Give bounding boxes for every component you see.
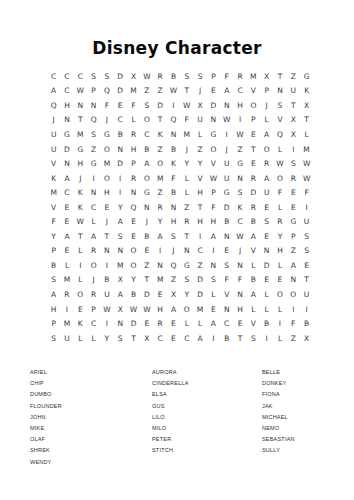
grid-cell: A	[87, 229, 100, 244]
grid-cell: E	[100, 200, 113, 215]
grid-cell: L	[273, 331, 286, 346]
grid-cell: A	[247, 229, 260, 244]
grid-cell: P	[260, 84, 273, 99]
grid-cell: B	[47, 258, 60, 273]
word-list-item: ELSA	[152, 389, 189, 400]
grid-cell: Q	[273, 127, 286, 142]
grid-cell: R	[247, 171, 260, 186]
word-list-item: CINDERELLA	[152, 378, 189, 389]
grid-cell: I	[114, 171, 127, 186]
grid-cell: J	[220, 142, 233, 157]
word-list-item: OLAF	[30, 434, 62, 445]
grid-cell: X	[114, 273, 127, 288]
grid-cell: R	[287, 171, 300, 186]
grid-cell: Z	[87, 142, 100, 157]
grid-cell: N	[60, 113, 73, 128]
grid-cell: G	[300, 69, 313, 84]
grid-cell: E	[260, 200, 273, 215]
grid-cell: Z	[233, 142, 246, 157]
grid-cell: T	[74, 229, 87, 244]
grid-cell: O	[154, 156, 167, 171]
grid-cell: R	[127, 171, 140, 186]
grid-cell: N	[100, 244, 113, 259]
word-list-item: AURORA	[152, 367, 189, 378]
grid-cell: A	[207, 316, 220, 331]
grid-cell: I	[300, 302, 313, 317]
grid-cell: E	[60, 200, 73, 215]
grid-cell: C	[193, 244, 206, 259]
grid-cell: W	[140, 69, 153, 84]
grid-cell: H	[127, 142, 140, 157]
grid-cell: I	[114, 185, 127, 200]
grid-cell: N	[127, 185, 140, 200]
grid-cell: V	[193, 171, 206, 186]
grid-cell: M	[60, 273, 73, 288]
grid-cell: G	[87, 156, 100, 171]
grid-cell: L	[260, 302, 273, 317]
word-list-item: JAK	[262, 401, 295, 412]
grid-cell: N	[87, 98, 100, 113]
grid-cell: K	[154, 127, 167, 142]
grid-cell: J	[233, 244, 246, 259]
grid-cell: A	[140, 156, 153, 171]
puzzle-title: Disney Character	[0, 38, 354, 58]
grid-cell: O	[100, 171, 113, 186]
grid-cell: W	[167, 84, 180, 99]
grid-cell: Y	[100, 331, 113, 346]
grid-cell: N	[167, 200, 180, 215]
grid-cell: Z	[154, 84, 167, 99]
grid-cell: D	[260, 258, 273, 273]
grid-cell: S	[207, 273, 220, 288]
grid-cell: O	[247, 98, 260, 113]
grid-cell: F	[167, 171, 180, 186]
word-list-item: BELLE	[262, 367, 295, 378]
grid-cell: M	[154, 171, 167, 186]
grid-cell: Y	[180, 156, 193, 171]
grid-cell: L	[300, 127, 313, 142]
grid-cell: U	[287, 84, 300, 99]
grid-cell: N	[74, 98, 87, 113]
grid-cell: T	[180, 229, 193, 244]
grid-cell: B	[127, 287, 140, 302]
word-list-item: ARIEL	[30, 367, 62, 378]
grid-cell: S	[167, 229, 180, 244]
grid-cell: G	[233, 156, 246, 171]
grid-cell: N	[287, 273, 300, 288]
grid-cell: U	[60, 331, 73, 346]
grid-cell: R	[87, 244, 100, 259]
grid-cell: D	[140, 287, 153, 302]
word-list-item: SULLY	[262, 445, 295, 456]
grid-cell: G	[100, 127, 113, 142]
grid-cell: W	[100, 302, 113, 317]
grid-cell: S	[180, 273, 193, 288]
word-list-item: MIKE	[30, 423, 62, 434]
grid-cell: F	[220, 273, 233, 288]
grid-cell: N	[233, 287, 246, 302]
grid-cell: S	[87, 127, 100, 142]
grid-cell: E	[207, 302, 220, 317]
grid-cell: S	[247, 331, 260, 346]
grid-cell: F	[273, 185, 286, 200]
grid-cell: G	[140, 185, 153, 200]
grid-cell: W	[220, 113, 233, 128]
grid-cell: P	[207, 185, 220, 200]
grid-cell: W	[74, 84, 87, 99]
grid-cell: G	[74, 142, 87, 157]
grid-cell: K	[300, 84, 313, 99]
grid-cell: D	[247, 185, 260, 200]
grid-cell: H	[167, 214, 180, 229]
grid-cell: S	[87, 69, 100, 84]
word-list-column-2: AURORACINDERELLAELSAGUSLILOMILOPETERSTIT…	[152, 367, 189, 457]
grid-cell: L	[260, 287, 273, 302]
grid-cell: I	[207, 331, 220, 346]
grid-cell: P	[47, 244, 60, 259]
grid-cell: O	[273, 171, 286, 186]
grid-cell: A	[287, 258, 300, 273]
grid-cell: O	[207, 142, 220, 157]
grid-cell: C	[87, 316, 100, 331]
grid-cell: A	[47, 84, 60, 99]
grid-cell: K	[233, 200, 246, 215]
grid-cell: L	[180, 171, 193, 186]
grid-cell: O	[180, 302, 193, 317]
grid-cell: E	[114, 98, 127, 113]
grid-cell: E	[273, 273, 286, 288]
grid-cell: X	[127, 69, 140, 84]
grid-cell: C	[233, 214, 246, 229]
grid-cell: A	[260, 127, 273, 142]
grid-cell: G	[180, 258, 193, 273]
grid-cell: O	[287, 287, 300, 302]
grid-cell: B	[140, 142, 153, 157]
grid-cell: E	[167, 331, 180, 346]
grid-cell: S	[300, 229, 313, 244]
worksheet-page: Disney Character CCCSSDXWRBSSPFRMXTZGACW…	[0, 0, 354, 500]
grid-cell: A	[47, 287, 60, 302]
grid-cell: M	[127, 84, 140, 99]
grid-cell: E	[60, 214, 73, 229]
word-list-item: SEBASTIAN	[262, 434, 295, 445]
grid-cell: W	[233, 229, 246, 244]
grid-cell: W	[140, 302, 153, 317]
grid-cell: N	[140, 200, 153, 215]
grid-cell: V	[47, 156, 60, 171]
grid-cell: Z	[154, 142, 167, 157]
grid-cell: U	[193, 113, 206, 128]
grid-cell: N	[114, 316, 127, 331]
grid-cell: A	[114, 287, 127, 302]
word-list-column-1: ARIELCHIPDUMBOFLOUNDERJOHNMIKEOLAFSHREKW…	[30, 367, 62, 468]
grid-cell: M	[100, 156, 113, 171]
grid-cell: V	[207, 156, 220, 171]
grid-cell: B	[220, 331, 233, 346]
grid-cell: R	[154, 200, 167, 215]
grid-cell: M	[47, 185, 60, 200]
grid-cell: P	[207, 69, 220, 84]
grid-cell: R	[154, 69, 167, 84]
grid-cell: N	[220, 98, 233, 113]
grid-cell: N	[273, 84, 286, 99]
grid-cell: O	[140, 171, 153, 186]
grid-cell: B	[247, 214, 260, 229]
grid-cell: S	[273, 98, 286, 113]
grid-cell: U	[47, 127, 60, 142]
grid-cell: C	[114, 113, 127, 128]
grid-cell: L	[74, 244, 87, 259]
grid-cell: U	[260, 185, 273, 200]
grid-cell: E	[247, 127, 260, 142]
grid-cell: Y	[273, 229, 286, 244]
grid-cell: Y	[114, 200, 127, 215]
grid-cell: O	[127, 244, 140, 259]
grid-cell: Q	[100, 84, 113, 99]
grid-cell: S	[300, 244, 313, 259]
grid-cell: G	[287, 214, 300, 229]
grid-cell: K	[167, 156, 180, 171]
grid-cell: P	[87, 84, 100, 99]
grid-cell: F	[233, 273, 246, 288]
grid-cell: W	[180, 98, 193, 113]
grid-cell: C	[60, 84, 73, 99]
grid-cell: O	[100, 142, 113, 157]
grid-cell: J	[47, 113, 60, 128]
grid-cell: E	[60, 244, 73, 259]
grid-cell: D	[193, 273, 206, 288]
grid-cell: I	[193, 229, 206, 244]
grid-cell: J	[167, 244, 180, 259]
grid-cell: U	[220, 156, 233, 171]
grid-cell: L	[207, 287, 220, 302]
grid-cell: O	[87, 258, 100, 273]
grid-cell: U	[300, 214, 313, 229]
grid-cell: F	[220, 69, 233, 84]
grid-cell: F	[100, 98, 113, 113]
grid-cell: H	[74, 156, 87, 171]
grid-cell: A	[247, 287, 260, 302]
grid-cell: B	[300, 316, 313, 331]
grid-cell: D	[193, 287, 206, 302]
grid-cell: H	[193, 214, 206, 229]
grid-cell: S	[140, 98, 153, 113]
grid-cell: J	[140, 214, 153, 229]
grid-cell: A	[154, 229, 167, 244]
grid-cell: B	[260, 316, 273, 331]
grid-cell: A	[167, 302, 180, 317]
grid-cell: N	[207, 113, 220, 128]
grid-cell: P	[287, 229, 300, 244]
grid-cell: P	[47, 316, 60, 331]
grid-cell: V	[47, 200, 60, 215]
grid-cell: C	[74, 69, 87, 84]
grid-cell: L	[273, 258, 286, 273]
grid-cell: I	[100, 258, 113, 273]
grid-cell: M	[193, 302, 206, 317]
grid-cell: Z	[140, 258, 153, 273]
grid-cell: Q	[127, 200, 140, 215]
grid-cell: A	[220, 84, 233, 99]
grid-cell: E	[140, 244, 153, 259]
grid-cell: B	[114, 127, 127, 142]
grid-cell: B	[140, 229, 153, 244]
grid-cell: E	[247, 156, 260, 171]
grid-cell: J	[87, 273, 100, 288]
grid-cell: M	[247, 69, 260, 84]
grid-cell: V	[220, 287, 233, 302]
grid-cell: J	[193, 84, 206, 99]
grid-cell: Y	[47, 229, 60, 244]
grid-cell: F	[47, 214, 60, 229]
grid-cell: C	[60, 185, 73, 200]
grid-cell: V	[247, 316, 260, 331]
grid-cell: D	[114, 69, 127, 84]
grid-cell: S	[220, 258, 233, 273]
grid-cell: I	[74, 258, 87, 273]
grid-cell: R	[154, 316, 167, 331]
grid-cell: D	[127, 316, 140, 331]
word-list-item: FLOUNDER	[30, 401, 62, 412]
word-search-grid: CCCSSDXWRBSSPFRMXTZGACWPQDMZZWTJEACVPNUK…	[47, 69, 313, 345]
grid-cell: W	[300, 156, 313, 171]
grid-cell: A	[114, 214, 127, 229]
grid-cell: S	[47, 273, 60, 288]
grid-cell: S	[114, 331, 127, 346]
grid-cell: S	[114, 229, 127, 244]
grid-cell: L	[247, 302, 260, 317]
grid-cell: T	[300, 273, 313, 288]
grid-cell: Z	[287, 331, 300, 346]
grid-cell: A	[60, 229, 73, 244]
grid-cell: D	[220, 200, 233, 215]
grid-cell: T	[273, 69, 286, 84]
grid-cell: I	[287, 142, 300, 157]
grid-cell: C	[47, 69, 60, 84]
grid-cell: N	[114, 244, 127, 259]
word-list-item: SHREK	[30, 445, 62, 456]
grid-cell: N	[233, 171, 246, 186]
grid-cell: O	[74, 287, 87, 302]
grid-cell: N	[180, 244, 193, 259]
grid-cell: H	[207, 214, 220, 229]
grid-cell: X	[300, 331, 313, 346]
grid-cell: S	[260, 214, 273, 229]
grid-cell: I	[300, 200, 313, 215]
grid-cell: N	[60, 156, 73, 171]
grid-cell: H	[60, 98, 73, 113]
grid-cell: Z	[140, 84, 153, 99]
word-list-item: MICHAEL	[262, 412, 295, 423]
grid-cell: X	[300, 98, 313, 113]
grid-cell: E	[74, 302, 87, 317]
word-list-item: MILO	[152, 423, 189, 434]
grid-cell: T	[154, 113, 167, 128]
grid-cell: I	[154, 244, 167, 259]
grid-cell: W	[300, 171, 313, 186]
grid-cell: J	[260, 98, 273, 113]
grid-cell: T	[74, 113, 87, 128]
grid-cell: D	[207, 98, 220, 113]
grid-cell: K	[47, 171, 60, 186]
grid-cell: E	[287, 200, 300, 215]
grid-cell: E	[154, 287, 167, 302]
grid-cell: N	[260, 244, 273, 259]
grid-cell: E	[127, 229, 140, 244]
grid-cell: N	[233, 258, 246, 273]
grid-cell: R	[180, 214, 193, 229]
grid-cell: E	[207, 84, 220, 99]
grid-cell: N	[154, 258, 167, 273]
grid-cell: I	[220, 127, 233, 142]
grid-cell: T	[140, 273, 153, 288]
grid-cell: Z	[180, 200, 193, 215]
grid-cell: D	[60, 142, 73, 157]
word-list-item: WENDY	[30, 457, 62, 468]
grid-cell: L	[74, 273, 87, 288]
grid-cell: W	[273, 156, 286, 171]
grid-cell: H	[233, 302, 246, 317]
grid-cell: N	[87, 185, 100, 200]
grid-cell: Y	[193, 156, 206, 171]
grid-cell: L	[260, 113, 273, 128]
grid-cell: R	[273, 214, 286, 229]
grid-cell: T	[127, 331, 140, 346]
grid-cell: M	[60, 316, 73, 331]
word-list-item: JOHN	[30, 412, 62, 423]
grid-cell: T	[180, 84, 193, 99]
grid-cell: X	[114, 302, 127, 317]
grid-cell: W	[74, 214, 87, 229]
grid-cell: K	[74, 316, 87, 331]
grid-cell: G	[207, 127, 220, 142]
grid-cell: N	[220, 229, 233, 244]
grid-cell: X	[193, 98, 206, 113]
grid-cell: L	[193, 316, 206, 331]
grid-cell: O	[260, 142, 273, 157]
grid-cell: L	[273, 302, 286, 317]
grid-cell: T	[233, 331, 246, 346]
grid-cell: H	[47, 302, 60, 317]
grid-cell: Z	[167, 273, 180, 288]
grid-cell: G	[220, 185, 233, 200]
grid-cell: A	[207, 229, 220, 244]
grid-cell: H	[193, 185, 206, 200]
grid-cell: T	[300, 113, 313, 128]
grid-cell: F	[300, 185, 313, 200]
grid-cell: X	[260, 69, 273, 84]
grid-cell: X	[287, 127, 300, 142]
grid-cell: L	[273, 200, 286, 215]
grid-cell: T	[247, 142, 260, 157]
word-list-item: CHIP	[30, 378, 62, 389]
grid-cell: E	[287, 185, 300, 200]
grid-cell: I	[260, 331, 273, 346]
grid-cell: J	[100, 214, 113, 229]
grid-cell: L	[247, 258, 260, 273]
grid-cell: S	[100, 69, 113, 84]
grid-cell: K	[74, 185, 87, 200]
grid-cell: B	[247, 273, 260, 288]
grid-cell: B	[167, 185, 180, 200]
grid-cell: T	[100, 229, 113, 244]
grid-cell: C	[140, 127, 153, 142]
grid-cell: E	[220, 244, 233, 259]
grid-cell: E	[260, 229, 273, 244]
grid-cell: E	[167, 316, 180, 331]
grid-cell: C	[180, 331, 193, 346]
grid-cell: F	[180, 113, 193, 128]
